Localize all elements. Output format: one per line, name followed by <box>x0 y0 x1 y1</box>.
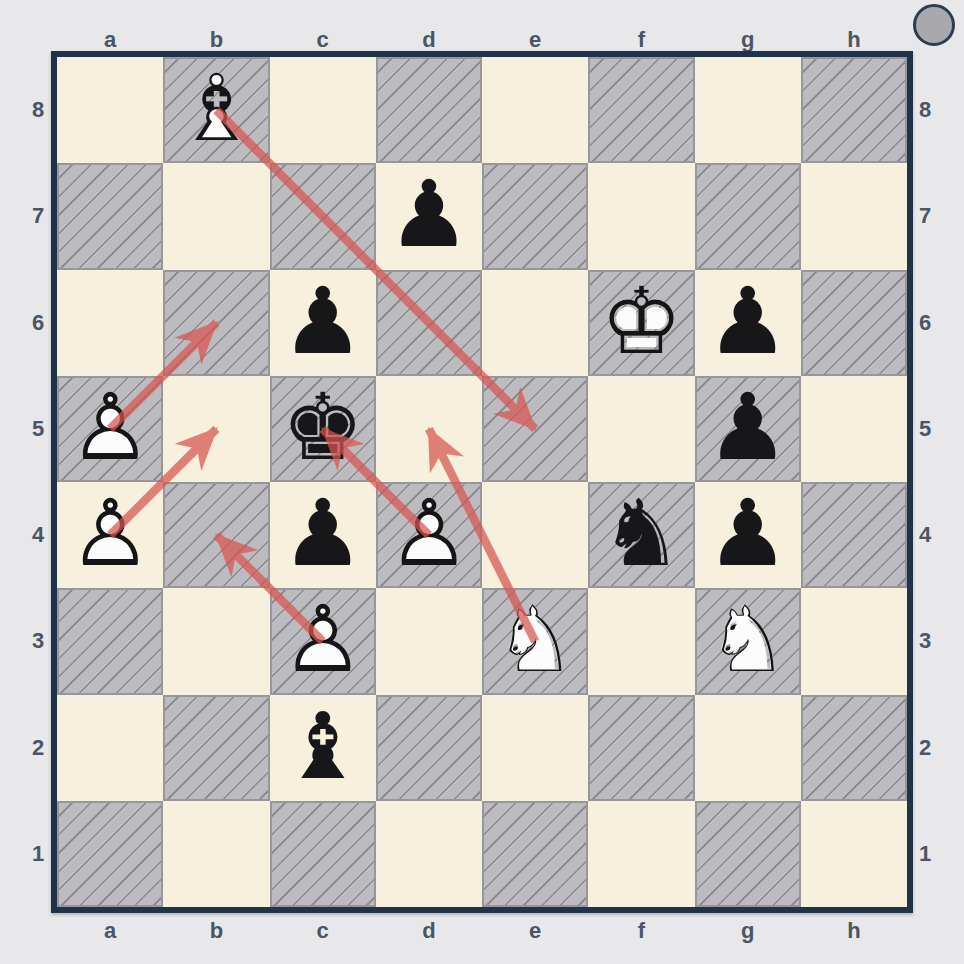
piece-black-pawn-g6[interactable]: ♟ <box>695 270 801 376</box>
square-d6[interactable] <box>376 270 482 376</box>
square-c7[interactable] <box>270 163 376 269</box>
white-king-outline-glyph: ♔ <box>600 276 682 368</box>
square-e4[interactable] <box>482 482 588 588</box>
file-label-bottom-e: e <box>482 916 588 946</box>
square-e7[interactable] <box>482 163 588 269</box>
square-a4[interactable]: ♟♙ <box>57 482 163 588</box>
square-f8[interactable] <box>588 57 694 163</box>
turn-indicator-black-to-move <box>913 4 955 46</box>
file-label-bottom-f: f <box>588 916 694 946</box>
square-a6[interactable] <box>57 270 163 376</box>
black-pawn-glyph: ♟ <box>706 488 788 580</box>
piece-black-pawn-g5[interactable]: ♟ <box>695 376 801 482</box>
piece-black-knight-f4[interactable]: ♞ <box>588 482 694 588</box>
rank-label-right-3: 3 <box>910 588 940 694</box>
square-f5[interactable] <box>588 376 694 482</box>
square-c2[interactable]: ♝ <box>270 695 376 801</box>
piece-white-king-f6[interactable]: ♚♔ <box>588 270 694 376</box>
file-label-bottom-b: b <box>163 916 269 946</box>
square-h2[interactable] <box>801 695 907 801</box>
piece-white-pawn-d4[interactable]: ♟♙ <box>376 482 482 588</box>
rank-label-left-3: 3 <box>23 588 53 694</box>
rank-label-right-6: 6 <box>910 270 940 376</box>
square-d1[interactable] <box>376 801 482 907</box>
square-a8[interactable] <box>57 57 163 163</box>
rank-label-left-2: 2 <box>23 695 53 801</box>
square-g2[interactable] <box>695 695 801 801</box>
square-c1[interactable] <box>270 801 376 907</box>
board-frame: ♝♗♟♟♚♔♟♟♙♚♟♟♙♟♟♙♞♟♟♙♞♘♞♘♝ <box>51 51 913 913</box>
square-c8[interactable] <box>270 57 376 163</box>
square-e6[interactable] <box>482 270 588 376</box>
black-pawn-glyph: ♟ <box>706 382 788 474</box>
rank-label-left-4: 4 <box>23 482 53 588</box>
piece-white-pawn-a5[interactable]: ♟♙ <box>57 376 163 482</box>
square-b4[interactable] <box>163 482 269 588</box>
square-a1[interactable] <box>57 801 163 907</box>
square-a5[interactable]: ♟♙ <box>57 376 163 482</box>
square-e1[interactable] <box>482 801 588 907</box>
piece-white-knight-e3[interactable]: ♞♘ <box>482 588 588 694</box>
rank-labels-right: 87654321 <box>910 57 940 907</box>
square-b8[interactable]: ♝♗ <box>163 57 269 163</box>
black-pawn-glyph: ♟ <box>706 276 788 368</box>
square-e8[interactable] <box>482 57 588 163</box>
square-e5[interactable] <box>482 376 588 482</box>
white-pawn-outline-glyph: ♙ <box>388 488 470 580</box>
square-b1[interactable] <box>163 801 269 907</box>
white-pawn-outline-glyph: ♙ <box>281 594 363 686</box>
square-d7[interactable]: ♟ <box>376 163 482 269</box>
piece-black-bishop-c2[interactable]: ♝ <box>270 695 376 801</box>
square-b6[interactable] <box>163 270 269 376</box>
square-f1[interactable] <box>588 801 694 907</box>
square-f7[interactable] <box>588 163 694 269</box>
black-pawn-glyph: ♟ <box>388 169 470 261</box>
piece-black-pawn-c6[interactable]: ♟ <box>270 270 376 376</box>
white-knight-outline-glyph: ♘ <box>494 594 576 686</box>
square-h5[interactable] <box>801 376 907 482</box>
square-b7[interactable] <box>163 163 269 269</box>
square-f6[interactable]: ♚♔ <box>588 270 694 376</box>
square-a3[interactable] <box>57 588 163 694</box>
piece-white-pawn-c3[interactable]: ♟♙ <box>270 588 376 694</box>
square-f4[interactable]: ♞ <box>588 482 694 588</box>
square-h4[interactable] <box>801 482 907 588</box>
rank-label-left-7: 7 <box>23 163 53 269</box>
square-c4[interactable]: ♟ <box>270 482 376 588</box>
piece-white-bishop-b8[interactable]: ♝♗ <box>163 57 269 163</box>
square-h7[interactable] <box>801 163 907 269</box>
file-label-bottom-d: d <box>376 916 482 946</box>
square-h1[interactable] <box>801 801 907 907</box>
square-c5[interactable]: ♚ <box>270 376 376 482</box>
square-h6[interactable] <box>801 270 907 376</box>
black-king-glyph: ♚ <box>281 382 363 474</box>
piece-black-king-c5[interactable]: ♚ <box>270 376 376 482</box>
file-labels-bottom: abcdefgh <box>57 916 907 946</box>
square-c3[interactable]: ♟♙ <box>270 588 376 694</box>
square-g6[interactable]: ♟ <box>695 270 801 376</box>
square-d5[interactable] <box>376 376 482 482</box>
rank-label-right-7: 7 <box>910 163 940 269</box>
square-g8[interactable] <box>695 57 801 163</box>
black-pawn-glyph: ♟ <box>281 488 363 580</box>
white-pawn-outline-glyph: ♙ <box>69 382 151 474</box>
rank-labels-left: 87654321 <box>23 57 53 907</box>
square-e3[interactable]: ♞♘ <box>482 588 588 694</box>
square-h8[interactable] <box>801 57 907 163</box>
square-h3[interactable] <box>801 588 907 694</box>
rank-label-left-6: 6 <box>23 270 53 376</box>
rank-label-right-4: 4 <box>910 482 940 588</box>
square-d4[interactable]: ♟♙ <box>376 482 482 588</box>
square-a2[interactable] <box>57 695 163 801</box>
white-knight-outline-glyph: ♘ <box>706 594 788 686</box>
square-d3[interactable] <box>376 588 482 694</box>
rank-label-right-8: 8 <box>910 57 940 163</box>
black-pawn-glyph: ♟ <box>281 276 363 368</box>
square-a7[interactable] <box>57 163 163 269</box>
rank-label-left-1: 1 <box>23 801 53 907</box>
square-d8[interactable] <box>376 57 482 163</box>
piece-white-knight-g3[interactable]: ♞♘ <box>695 588 801 694</box>
square-e2[interactable] <box>482 695 588 801</box>
square-g1[interactable] <box>695 801 801 907</box>
board: ♝♗♟♟♚♔♟♟♙♚♟♟♙♟♟♙♞♟♟♙♞♘♞♘♝ <box>57 57 907 907</box>
piece-black-pawn-c4[interactable]: ♟ <box>270 482 376 588</box>
file-label-bottom-g: g <box>695 916 801 946</box>
rank-label-right-1: 1 <box>910 801 940 907</box>
black-knight-glyph: ♞ <box>600 488 682 580</box>
square-g5[interactable]: ♟ <box>695 376 801 482</box>
square-g4[interactable]: ♟ <box>695 482 801 588</box>
square-b2[interactable] <box>163 695 269 801</box>
black-bishop-glyph: ♝ <box>281 701 363 793</box>
file-label-bottom-a: a <box>57 916 163 946</box>
rank-label-left-8: 8 <box>23 57 53 163</box>
piece-black-pawn-d7[interactable]: ♟ <box>376 163 482 269</box>
square-b5[interactable] <box>163 376 269 482</box>
square-d2[interactable] <box>376 695 482 801</box>
square-b3[interactable] <box>163 588 269 694</box>
square-g3[interactable]: ♞♘ <box>695 588 801 694</box>
rank-label-right-2: 2 <box>910 695 940 801</box>
rank-label-right-5: 5 <box>910 376 940 482</box>
white-bishop-outline-glyph: ♗ <box>175 63 257 155</box>
square-g7[interactable] <box>695 163 801 269</box>
white-pawn-outline-glyph: ♙ <box>69 488 151 580</box>
square-f3[interactable] <box>588 588 694 694</box>
square-c6[interactable]: ♟ <box>270 270 376 376</box>
file-label-bottom-h: h <box>801 916 907 946</box>
piece-black-pawn-g4[interactable]: ♟ <box>695 482 801 588</box>
file-label-bottom-c: c <box>270 916 376 946</box>
rank-label-left-5: 5 <box>23 376 53 482</box>
piece-white-pawn-a4[interactable]: ♟♙ <box>57 482 163 588</box>
square-f2[interactable] <box>588 695 694 801</box>
